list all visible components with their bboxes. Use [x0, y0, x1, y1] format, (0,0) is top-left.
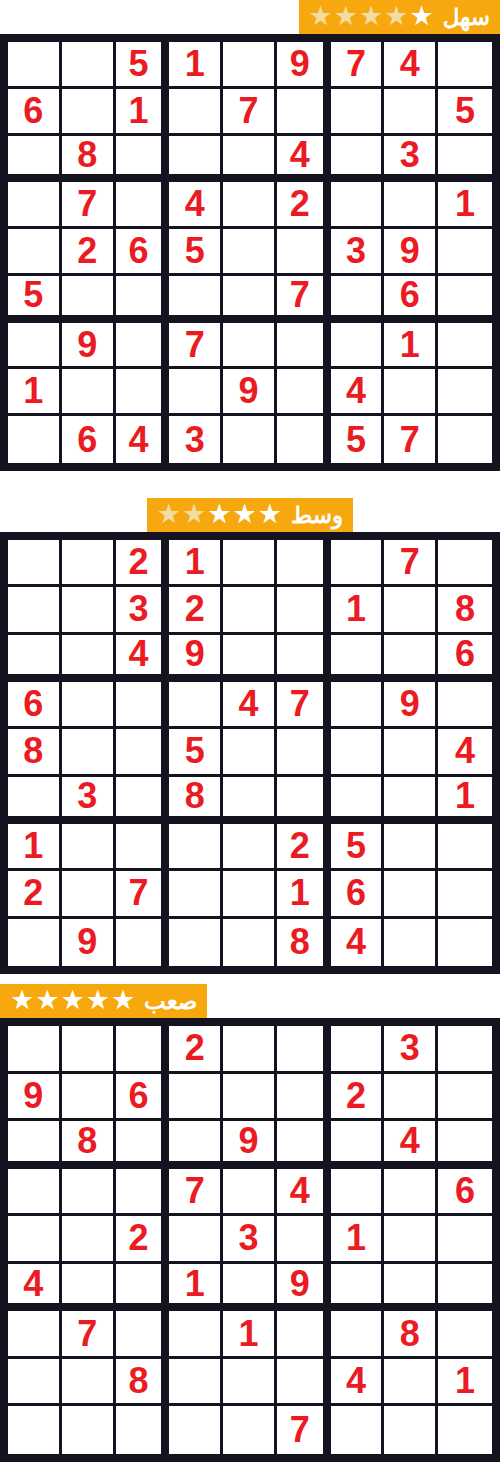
- sudoku-cell[interactable]: [223, 1264, 277, 1312]
- sudoku-cell[interactable]: [438, 136, 492, 183]
- sudoku-cell[interactable]: [223, 276, 277, 323]
- sudoku-cell[interactable]: [116, 682, 170, 729]
- sudoku-cell[interactable]: [384, 777, 438, 824]
- sudoku-cell[interactable]: [223, 1074, 277, 1122]
- sudoku-cell[interactable]: [384, 729, 438, 776]
- sudoku-cell[interactable]: [8, 136, 62, 183]
- sudoku-cell[interactable]: [8, 1216, 62, 1264]
- sudoku-cell[interactable]: 7: [62, 1311, 116, 1359]
- sudoku-cell[interactable]: 6: [438, 635, 492, 682]
- sudoku-cell[interactable]: 9: [384, 229, 438, 276]
- sudoku-cell[interactable]: 1: [8, 824, 62, 871]
- sudoku-cell[interactable]: [116, 1026, 170, 1074]
- star-rating-medium: ★★★★★: [157, 502, 282, 529]
- sudoku-cell[interactable]: [384, 587, 438, 634]
- sudoku-cell[interactable]: 1: [8, 369, 62, 416]
- sudoku-cell[interactable]: [8, 540, 62, 587]
- sudoku-cell[interactable]: [223, 229, 277, 276]
- sudoku-cell[interactable]: [62, 89, 116, 136]
- sudoku-cell[interactable]: [384, 1359, 438, 1407]
- sudoku-cell[interactable]: 8: [62, 1121, 116, 1169]
- sudoku-cell[interactable]: 5: [8, 276, 62, 323]
- sudoku-cell[interactable]: [384, 635, 438, 682]
- sudoku-cell[interactable]: [62, 1359, 116, 1407]
- sudoku-cell[interactable]: [62, 682, 116, 729]
- sudoku-cell[interactable]: 7: [384, 416, 438, 463]
- sudoku-cell[interactable]: [8, 42, 62, 89]
- sudoku-cell[interactable]: [438, 416, 492, 463]
- sudoku-cell[interactable]: 5: [169, 729, 223, 776]
- sudoku-cell[interactable]: 8: [169, 777, 223, 824]
- sudoku-cell[interactable]: 1: [438, 777, 492, 824]
- sudoku-cell[interactable]: 1: [223, 1311, 277, 1359]
- sudoku-cell[interactable]: 4: [277, 1169, 331, 1217]
- sudoku-cell[interactable]: [331, 89, 385, 136]
- sudoku-cell[interactable]: [384, 182, 438, 229]
- sudoku-cell[interactable]: 1: [277, 871, 331, 918]
- star-icon: ★: [60, 987, 84, 1014]
- sudoku-cell[interactable]: [223, 42, 277, 89]
- sudoku-cell[interactable]: [8, 1121, 62, 1169]
- sudoku-cell[interactable]: [116, 182, 170, 229]
- sudoku-cell[interactable]: [8, 1169, 62, 1217]
- sudoku-cell[interactable]: [8, 587, 62, 634]
- sudoku-cell[interactable]: [331, 540, 385, 587]
- sudoku-cell[interactable]: [8, 635, 62, 682]
- sudoku-cell[interactable]: [62, 540, 116, 587]
- sudoku-cell[interactable]: [223, 729, 277, 776]
- sudoku-cell[interactable]: [331, 1264, 385, 1312]
- sudoku-cell[interactable]: [62, 729, 116, 776]
- star-icon: ★: [157, 501, 181, 528]
- sudoku-cell[interactable]: 7: [223, 89, 277, 136]
- sudoku-cell[interactable]: 7: [62, 182, 116, 229]
- sudoku-cell[interactable]: [62, 635, 116, 682]
- difficulty-label-hard: صعب: [144, 990, 197, 1013]
- sudoku-cell[interactable]: 6: [331, 871, 385, 918]
- sudoku-cell[interactable]: [116, 1311, 170, 1359]
- sudoku-cell[interactable]: [438, 323, 492, 370]
- sudoku-cell[interactable]: [8, 229, 62, 276]
- sudoku-cell[interactable]: [62, 276, 116, 323]
- sudoku-cell[interactable]: 1: [331, 1216, 385, 1264]
- sudoku-cell[interactable]: [116, 276, 170, 323]
- difficulty-label-easy: سهل: [443, 6, 490, 29]
- sudoku-cell[interactable]: 4: [223, 682, 277, 729]
- sudoku-cell[interactable]: [116, 729, 170, 776]
- sudoku-cell[interactable]: [169, 276, 223, 323]
- sudoku-cell[interactable]: [277, 1359, 331, 1407]
- sudoku-cell[interactable]: 5: [169, 229, 223, 276]
- sudoku-cell[interactable]: 8: [438, 587, 492, 634]
- sudoku-cell[interactable]: 9: [169, 635, 223, 682]
- sudoku-cell[interactable]: 5: [331, 824, 385, 871]
- sudoku-cell[interactable]: 6: [116, 1074, 170, 1122]
- sudoku-cell[interactable]: 6: [384, 276, 438, 323]
- sudoku-cell[interactable]: 9: [62, 919, 116, 966]
- sudoku-cell[interactable]: [62, 1074, 116, 1122]
- sudoku-cell[interactable]: 2: [331, 1074, 385, 1122]
- sudoku-board-easy: 51974617584374212653957697119464357: [0, 34, 500, 471]
- sudoku-cell[interactable]: [223, 416, 277, 463]
- star-icon: ★: [409, 3, 433, 30]
- sudoku-cell[interactable]: 1: [438, 182, 492, 229]
- sudoku-cell[interactable]: [223, 635, 277, 682]
- sudoku-cell[interactable]: [116, 777, 170, 824]
- sudoku-cell[interactable]: 3: [384, 1026, 438, 1074]
- sudoku-cell[interactable]: [277, 1216, 331, 1264]
- sudoku-cell[interactable]: 3: [331, 229, 385, 276]
- sudoku-cell[interactable]: 9: [223, 1121, 277, 1169]
- sudoku-cell[interactable]: 8: [62, 136, 116, 183]
- sudoku-cell[interactable]: [438, 1074, 492, 1122]
- sudoku-cell[interactable]: 4: [116, 635, 170, 682]
- sudoku-cell[interactable]: [331, 323, 385, 370]
- star-icon: ★: [258, 501, 282, 528]
- sudoku-cell[interactable]: 2: [277, 182, 331, 229]
- sudoku-cell[interactable]: 4: [8, 1264, 62, 1312]
- sudoku-cell[interactable]: 6: [8, 89, 62, 136]
- sudoku-cell[interactable]: [438, 1264, 492, 1312]
- sudoku-cell[interactable]: 1: [169, 1264, 223, 1312]
- sudoku-cell[interactable]: [331, 1406, 385, 1454]
- sudoku-cell[interactable]: [331, 136, 385, 183]
- sudoku-cell[interactable]: [277, 369, 331, 416]
- sudoku-cell[interactable]: [62, 1406, 116, 1454]
- sudoku-cell[interactable]: [277, 229, 331, 276]
- sudoku-cell[interactable]: [223, 871, 277, 918]
- sudoku-cell[interactable]: 3: [169, 416, 223, 463]
- sudoku-cell[interactable]: [277, 729, 331, 776]
- sudoku-cell[interactable]: 8: [116, 1359, 170, 1407]
- sudoku-cell[interactable]: 1: [438, 1359, 492, 1407]
- sudoku-cell[interactable]: [331, 1169, 385, 1217]
- sudoku-cell[interactable]: [62, 871, 116, 918]
- star-icon: ★: [233, 501, 257, 528]
- sudoku-cell[interactable]: [384, 824, 438, 871]
- sudoku-cell[interactable]: [116, 1121, 170, 1169]
- sudoku-cell[interactable]: [331, 729, 385, 776]
- sudoku-cell[interactable]: 6: [8, 682, 62, 729]
- sudoku-cell[interactable]: [331, 635, 385, 682]
- sudoku-cell[interactable]: [62, 1026, 116, 1074]
- star-icon: ★: [384, 3, 408, 30]
- sudoku-cell[interactable]: [8, 1026, 62, 1074]
- sudoku-cell[interactable]: 5: [331, 416, 385, 463]
- sudoku-cell[interactable]: 9: [384, 682, 438, 729]
- sudoku-cell[interactable]: [169, 1121, 223, 1169]
- sudoku-cell[interactable]: [8, 1406, 62, 1454]
- sudoku-cell[interactable]: 8: [384, 1311, 438, 1359]
- sudoku-cell[interactable]: 9: [277, 1264, 331, 1312]
- sudoku-cell[interactable]: 9: [8, 1074, 62, 1122]
- sudoku-cell[interactable]: [331, 1121, 385, 1169]
- sudoku-cell[interactable]: [331, 682, 385, 729]
- sudoku-cell[interactable]: [62, 369, 116, 416]
- sudoku-cell[interactable]: [277, 587, 331, 634]
- sudoku-cell[interactable]: [169, 824, 223, 871]
- sudoku-cell[interactable]: 1: [169, 540, 223, 587]
- star-icon: ★: [35, 987, 59, 1014]
- sudoku-cell[interactable]: [277, 540, 331, 587]
- difficulty-banner-hard: ★★★★★ صعب: [0, 984, 207, 1018]
- sudoku-cell[interactable]: [384, 919, 438, 966]
- star-icon: ★: [309, 3, 333, 30]
- sudoku-cell[interactable]: 1: [169, 42, 223, 89]
- sudoku-cell[interactable]: 2: [169, 587, 223, 634]
- sudoku-cell[interactable]: [8, 1359, 62, 1407]
- sudoku-cell[interactable]: [384, 1074, 438, 1122]
- sudoku-cell[interactable]: [169, 1074, 223, 1122]
- sudoku-cell[interactable]: 3: [223, 1216, 277, 1264]
- star-rating-hard: ★★★★★: [10, 988, 135, 1015]
- sudoku-cell[interactable]: [438, 1121, 492, 1169]
- sudoku-cell[interactable]: [223, 777, 277, 824]
- star-icon: ★: [182, 501, 206, 528]
- sudoku-cell[interactable]: [438, 871, 492, 918]
- sudoku-cell[interactable]: [438, 1026, 492, 1074]
- sudoku-cell[interactable]: [62, 824, 116, 871]
- sudoku-cell[interactable]: [8, 777, 62, 824]
- sudoku-cell[interactable]: [331, 1026, 385, 1074]
- sudoku-cell[interactable]: 2: [8, 871, 62, 918]
- sudoku-cell[interactable]: 4: [331, 1359, 385, 1407]
- sudoku-cell[interactable]: [62, 42, 116, 89]
- puzzle-hard: ★★★★★ صعب 239628947462314197188417: [0, 984, 500, 1462]
- sudoku-cell[interactable]: 2: [169, 1026, 223, 1074]
- sudoku-cell[interactable]: [438, 824, 492, 871]
- sudoku-cell[interactable]: [331, 777, 385, 824]
- sudoku-cell[interactable]: [223, 824, 277, 871]
- sudoku-cell[interactable]: [384, 1169, 438, 1217]
- sudoku-cell[interactable]: 9: [223, 369, 277, 416]
- sudoku-cell[interactable]: [8, 919, 62, 966]
- sudoku-cell[interactable]: [116, 136, 170, 183]
- sudoku-cell[interactable]: [277, 1074, 331, 1122]
- sudoku-cell[interactable]: 2: [116, 1216, 170, 1264]
- sudoku-cell[interactable]: [169, 871, 223, 918]
- sudoku-board-medium: 217321849664798543811252716984: [0, 532, 500, 974]
- sudoku-cell[interactable]: 6: [116, 229, 170, 276]
- star-icon: ★: [86, 987, 110, 1014]
- sudoku-cell[interactable]: 1: [384, 323, 438, 370]
- sudoku-cell[interactable]: [277, 635, 331, 682]
- sudoku-cell[interactable]: 7: [277, 682, 331, 729]
- sudoku-cell[interactable]: [223, 540, 277, 587]
- sudoku-cell[interactable]: [62, 1169, 116, 1217]
- sudoku-cell[interactable]: [438, 682, 492, 729]
- sudoku-cell[interactable]: [438, 540, 492, 587]
- sudoku-cell[interactable]: [116, 919, 170, 966]
- sudoku-cell[interactable]: 4: [116, 416, 170, 463]
- sudoku-cell[interactable]: 7: [169, 323, 223, 370]
- sudoku-cell[interactable]: 5: [438, 89, 492, 136]
- star-icon: ★: [10, 987, 34, 1014]
- sudoku-cell[interactable]: [331, 1311, 385, 1359]
- sudoku-cell[interactable]: 7: [116, 871, 170, 918]
- sudoku-cell[interactable]: [223, 919, 277, 966]
- sudoku-cell[interactable]: [277, 777, 331, 824]
- sudoku-cell[interactable]: [169, 1406, 223, 1454]
- sudoku-cell[interactable]: [116, 1406, 170, 1454]
- sudoku-cell[interactable]: [331, 182, 385, 229]
- sudoku-cell[interactable]: 2: [116, 540, 170, 587]
- sudoku-cell[interactable]: [169, 1216, 223, 1264]
- sudoku-cell[interactable]: [223, 1026, 277, 1074]
- sudoku-cell[interactable]: 8: [8, 729, 62, 776]
- sudoku-cell[interactable]: [384, 871, 438, 918]
- sudoku-cell[interactable]: [438, 369, 492, 416]
- sudoku-cell[interactable]: [384, 1264, 438, 1312]
- sudoku-cell[interactable]: 3: [62, 777, 116, 824]
- sudoku-cell[interactable]: [223, 587, 277, 634]
- puzzle-easy: ★★★★★ سهل 519746175843742126539576971194…: [0, 0, 500, 471]
- sudoku-cell[interactable]: [277, 1121, 331, 1169]
- sudoku-cell[interactable]: 4: [277, 136, 331, 183]
- sudoku-cell[interactable]: 7: [331, 42, 385, 89]
- sudoku-cell[interactable]: 4: [331, 369, 385, 416]
- puzzle-medium: ★★★★★ وسط 217321849664798543811252716984: [0, 498, 500, 974]
- sudoku-cell[interactable]: 7: [277, 276, 331, 323]
- star-icon: ★: [334, 3, 358, 30]
- sudoku-cell[interactable]: [384, 1216, 438, 1264]
- sudoku-cell[interactable]: 5: [116, 42, 170, 89]
- sudoku-cell[interactable]: [223, 182, 277, 229]
- star-rating-easy: ★★★★★: [309, 4, 434, 31]
- sudoku-cell[interactable]: [62, 1216, 116, 1264]
- sudoku-cell[interactable]: [169, 136, 223, 183]
- sudoku-cell[interactable]: [62, 1264, 116, 1312]
- sudoku-cell[interactable]: [116, 369, 170, 416]
- sudoku-cell[interactable]: [116, 323, 170, 370]
- sudoku-cell[interactable]: 9: [277, 42, 331, 89]
- sudoku-cell[interactable]: [438, 1216, 492, 1264]
- star-icon: ★: [359, 3, 383, 30]
- sudoku-board-hard: 239628947462314197188417: [0, 1018, 500, 1462]
- sudoku-cell[interactable]: [169, 369, 223, 416]
- sudoku-cell[interactable]: 6: [62, 416, 116, 463]
- sudoku-cell[interactable]: 3: [116, 587, 170, 634]
- sudoku-cell[interactable]: 3: [384, 136, 438, 183]
- sudoku-cell[interactable]: [384, 1406, 438, 1454]
- sudoku-cell[interactable]: [384, 369, 438, 416]
- sudoku-cell[interactable]: [384, 89, 438, 136]
- sudoku-cell[interactable]: 6: [438, 1169, 492, 1217]
- sudoku-cell[interactable]: [169, 89, 223, 136]
- sudoku-cell[interactable]: [277, 323, 331, 370]
- sudoku-cell[interactable]: 9: [62, 323, 116, 370]
- sudoku-cell[interactable]: [8, 323, 62, 370]
- sudoku-cell[interactable]: [438, 229, 492, 276]
- sudoku-cell[interactable]: [169, 1311, 223, 1359]
- sudoku-cell[interactable]: 4: [384, 42, 438, 89]
- sudoku-cell[interactable]: [8, 416, 62, 463]
- star-icon: ★: [207, 501, 231, 528]
- sudoku-cell[interactable]: [438, 1406, 492, 1454]
- sudoku-cell[interactable]: 4: [438, 729, 492, 776]
- sudoku-cell[interactable]: [277, 416, 331, 463]
- sudoku-cell[interactable]: [223, 1169, 277, 1217]
- sudoku-cell[interactable]: [62, 587, 116, 634]
- sudoku-cell[interactable]: [169, 1359, 223, 1407]
- sudoku-cell[interactable]: [223, 1359, 277, 1407]
- sudoku-cell[interactable]: [331, 276, 385, 323]
- sudoku-cell[interactable]: [438, 919, 492, 966]
- sudoku-cell[interactable]: 7: [277, 1406, 331, 1454]
- sudoku-cell[interactable]: [8, 182, 62, 229]
- sudoku-cell[interactable]: 2: [62, 229, 116, 276]
- sudoku-cell[interactable]: [169, 682, 223, 729]
- sudoku-cell[interactable]: 7: [169, 1169, 223, 1217]
- sudoku-cell[interactable]: 1: [116, 89, 170, 136]
- sudoku-cell[interactable]: [438, 276, 492, 323]
- sudoku-cell[interactable]: [223, 1406, 277, 1454]
- sudoku-cell[interactable]: [277, 1026, 331, 1074]
- sudoku-cell[interactable]: 4: [331, 919, 385, 966]
- star-icon: ★: [111, 987, 135, 1014]
- sudoku-cell[interactable]: [169, 919, 223, 966]
- sudoku-cell[interactable]: 4: [384, 1121, 438, 1169]
- sudoku-cell[interactable]: [116, 1264, 170, 1312]
- sudoku-cell[interactable]: [116, 824, 170, 871]
- difficulty-banner-easy: ★★★★★ سهل: [299, 0, 500, 34]
- sudoku-cell[interactable]: 1: [331, 587, 385, 634]
- sudoku-cell[interactable]: [277, 89, 331, 136]
- sudoku-cell[interactable]: [223, 136, 277, 183]
- sudoku-page: ★★★★★ سهل 519746175843742126539576971194…: [0, 0, 500, 1462]
- sudoku-cell[interactable]: [223, 323, 277, 370]
- sudoku-cell[interactable]: [8, 1311, 62, 1359]
- sudoku-cell[interactable]: 4: [169, 182, 223, 229]
- sudoku-cell[interactable]: 2: [277, 824, 331, 871]
- sudoku-cell[interactable]: [438, 1311, 492, 1359]
- sudoku-cell[interactable]: [277, 1311, 331, 1359]
- difficulty-banner-medium: ★★★★★ وسط: [147, 498, 353, 532]
- sudoku-cell[interactable]: [116, 1169, 170, 1217]
- difficulty-label-medium: وسط: [291, 504, 343, 527]
- sudoku-cell[interactable]: [438, 42, 492, 89]
- sudoku-cell[interactable]: 7: [384, 540, 438, 587]
- sudoku-cell[interactable]: 8: [277, 919, 331, 966]
